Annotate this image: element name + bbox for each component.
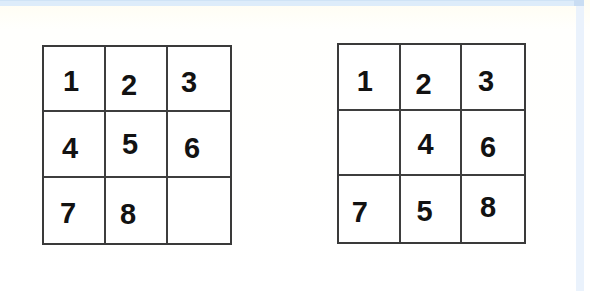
tile-label: 6 bbox=[184, 134, 200, 163]
tile-label: 8 bbox=[120, 200, 136, 229]
right-cell-r1c3: 3 bbox=[462, 45, 524, 111]
left-cell-r2c3: 6 bbox=[168, 112, 230, 177]
tile-label: 3 bbox=[478, 67, 494, 96]
right-cell-r2c3: 6 bbox=[462, 111, 524, 177]
left-cell-r1c1: 1 bbox=[44, 47, 106, 112]
tile-label: 1 bbox=[63, 67, 79, 96]
right-cell-r3c3: 8 bbox=[462, 176, 524, 242]
tile-label: 8 bbox=[480, 193, 496, 222]
tile-label: 5 bbox=[122, 130, 138, 159]
right-border-band bbox=[576, 0, 584, 291]
right-cell-r1c2: 2 bbox=[401, 45, 463, 111]
left-cell-r3c1: 7 bbox=[44, 178, 106, 243]
left-cell-r3c2: 8 bbox=[106, 178, 168, 243]
right-cell-r3c2: 5 bbox=[401, 176, 463, 242]
corner-accent bbox=[574, 0, 584, 6]
left-cell-r2c1: 4 bbox=[44, 112, 106, 177]
top-border-band bbox=[0, 0, 584, 6]
tile-label: 6 bbox=[480, 133, 496, 162]
puzzle-board-left: 1 2 3 4 5 6 7 8 bbox=[42, 45, 232, 245]
tile-label: 7 bbox=[60, 199, 76, 228]
right-cell-r2c2: 4 bbox=[401, 111, 463, 177]
right-cell-r2c1-blank bbox=[339, 111, 401, 177]
puzzle-board-right: 1 2 3 4 6 7 5 8 bbox=[337, 43, 526, 244]
tile-label: 7 bbox=[352, 198, 368, 227]
page-background: 1 2 3 4 5 6 7 8 1 2 3 4 6 7 5 8 bbox=[0, 0, 590, 291]
tile-label: 2 bbox=[121, 71, 137, 100]
tile-label: 5 bbox=[416, 197, 432, 226]
left-cell-r2c2: 5 bbox=[106, 112, 168, 177]
left-cell-r3c3-blank bbox=[168, 178, 230, 243]
tile-label: 2 bbox=[415, 70, 431, 99]
left-cell-r1c2: 2 bbox=[106, 47, 168, 112]
right-cell-r1c1: 1 bbox=[339, 45, 401, 111]
tile-label: 4 bbox=[62, 134, 78, 163]
tile-label: 3 bbox=[181, 68, 197, 97]
tile-label: 1 bbox=[357, 67, 373, 96]
left-cell-r1c3: 3 bbox=[168, 47, 230, 112]
tile-label: 4 bbox=[417, 130, 433, 159]
right-cell-r3c1: 7 bbox=[339, 176, 401, 242]
